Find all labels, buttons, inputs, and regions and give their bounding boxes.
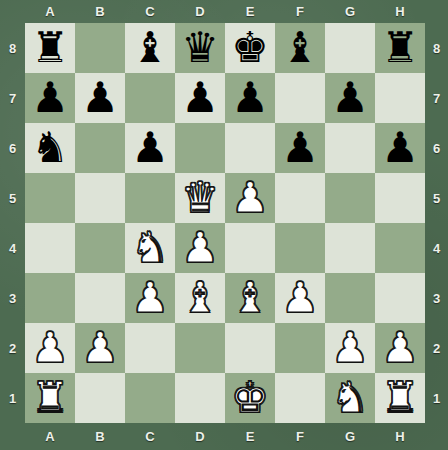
file-label-h: H	[375, 0, 425, 23]
square-f5[interactable]	[275, 173, 325, 223]
piece-white-pawn[interactable]: ♟	[181, 223, 219, 273]
file-label-f: F	[275, 0, 325, 23]
square-e4[interactable]	[225, 223, 275, 273]
file-label-a: A	[25, 423, 75, 450]
square-f6[interactable]: ♟	[275, 123, 325, 173]
rank-label-1: 1	[425, 373, 448, 423]
square-c5[interactable]	[125, 173, 175, 223]
file-label-b: B	[75, 0, 125, 23]
square-f1[interactable]	[275, 373, 325, 423]
square-b8[interactable]	[75, 23, 125, 73]
square-f4[interactable]	[275, 223, 325, 273]
square-h7[interactable]	[375, 73, 425, 123]
piece-black-queen[interactable]: ♛	[181, 23, 219, 73]
square-a8[interactable]: ♜	[25, 23, 75, 73]
rank-label-3: 3	[425, 273, 448, 323]
piece-black-bishop[interactable]: ♝	[131, 23, 169, 73]
square-e3[interactable]: ♝	[225, 273, 275, 323]
square-b6[interactable]	[75, 123, 125, 173]
file-label-g: G	[325, 423, 375, 450]
square-d5[interactable]: ♛	[175, 173, 225, 223]
rank-label-6: 6	[0, 123, 25, 173]
square-c3[interactable]: ♟	[125, 273, 175, 323]
file-label-e: E	[225, 0, 275, 23]
square-h2[interactable]: ♟	[375, 323, 425, 373]
file-label-g: G	[325, 0, 375, 23]
square-g4[interactable]	[325, 223, 375, 273]
chess-board-frame: ABCDEFGH 87654321 ♜♝♛♚♝♜♟♟♟♟♟♞♟♟♟♛♟♞♟♟♝♝…	[0, 0, 448, 450]
file-label-d: D	[175, 423, 225, 450]
rank-label-2: 2	[0, 323, 25, 373]
square-c2[interactable]	[125, 323, 175, 373]
rank-label-4: 4	[425, 223, 448, 273]
file-label-b: B	[75, 423, 125, 450]
piece-black-pawn[interactable]: ♟	[181, 73, 219, 123]
square-h4[interactable]	[375, 223, 425, 273]
square-b7[interactable]: ♟	[75, 73, 125, 123]
piece-white-bishop[interactable]: ♝	[181, 273, 219, 323]
square-a6[interactable]: ♞	[25, 123, 75, 173]
square-f7[interactable]	[275, 73, 325, 123]
piece-white-pawn[interactable]: ♟	[31, 323, 69, 373]
rank-labels-right: 87654321	[425, 23, 448, 423]
piece-black-bishop[interactable]: ♝	[281, 23, 319, 73]
rank-label-7: 7	[0, 73, 25, 123]
piece-white-pawn[interactable]: ♟	[231, 173, 269, 223]
square-e6[interactable]	[225, 123, 275, 173]
square-d6[interactable]	[175, 123, 225, 173]
file-label-a: A	[25, 0, 75, 23]
piece-white-queen[interactable]: ♛	[181, 173, 219, 223]
square-e2[interactable]	[225, 323, 275, 373]
square-d2[interactable]	[175, 323, 225, 373]
piece-white-rook[interactable]: ♜	[381, 373, 419, 423]
square-h1[interactable]: ♜	[375, 373, 425, 423]
piece-white-pawn[interactable]: ♟	[131, 273, 169, 323]
piece-black-pawn[interactable]: ♟	[231, 73, 269, 123]
chess-board: ♜♝♛♚♝♜♟♟♟♟♟♞♟♟♟♛♟♞♟♟♝♝♟♟♟♟♟♜♚♞♜	[25, 23, 425, 423]
square-a7[interactable]: ♟	[25, 73, 75, 123]
square-e1[interactable]: ♚	[225, 373, 275, 423]
square-d3[interactable]: ♝	[175, 273, 225, 323]
piece-white-bishop[interactable]: ♝	[231, 273, 269, 323]
square-g6[interactable]	[325, 123, 375, 173]
file-label-f: F	[275, 423, 325, 450]
rank-label-1: 1	[0, 373, 25, 423]
rank-label-5: 5	[0, 173, 25, 223]
square-h8[interactable]: ♜	[375, 23, 425, 73]
rank-label-5: 5	[425, 173, 448, 223]
piece-white-pawn[interactable]: ♟	[281, 273, 319, 323]
file-label-h: H	[375, 423, 425, 450]
square-c4[interactable]: ♞	[125, 223, 175, 273]
square-a5[interactable]	[25, 173, 75, 223]
piece-black-pawn[interactable]: ♟	[31, 73, 69, 123]
rank-label-8: 8	[425, 23, 448, 73]
square-g5[interactable]	[325, 173, 375, 223]
rank-label-6: 6	[425, 123, 448, 173]
file-labels-top: ABCDEFGH	[25, 0, 425, 23]
square-c6[interactable]: ♟	[125, 123, 175, 173]
square-c7[interactable]	[125, 73, 175, 123]
file-label-c: C	[125, 0, 175, 23]
piece-black-pawn[interactable]: ♟	[381, 123, 419, 173]
file-label-d: D	[175, 0, 225, 23]
square-b3[interactable]	[75, 273, 125, 323]
rank-label-2: 2	[425, 323, 448, 373]
square-h6[interactable]: ♟	[375, 123, 425, 173]
square-d4[interactable]: ♟	[175, 223, 225, 273]
square-b2[interactable]: ♟	[75, 323, 125, 373]
piece-white-pawn[interactable]: ♟	[81, 323, 119, 373]
piece-black-knight[interactable]: ♞	[31, 123, 69, 173]
file-label-e: E	[225, 423, 275, 450]
piece-white-pawn[interactable]: ♟	[331, 323, 369, 373]
square-a2[interactable]: ♟	[25, 323, 75, 373]
piece-black-pawn[interactable]: ♟	[281, 123, 319, 173]
square-d7[interactable]: ♟	[175, 73, 225, 123]
square-f8[interactable]: ♝	[275, 23, 325, 73]
square-d1[interactable]	[175, 373, 225, 423]
rank-label-3: 3	[0, 273, 25, 323]
square-g3[interactable]	[325, 273, 375, 323]
square-g7[interactable]: ♟	[325, 73, 375, 123]
piece-black-pawn[interactable]: ♟	[331, 73, 369, 123]
square-d8[interactable]: ♛	[175, 23, 225, 73]
file-label-c: C	[125, 423, 175, 450]
square-f3[interactable]: ♟	[275, 273, 325, 323]
rank-label-4: 4	[0, 223, 25, 273]
piece-white-rook[interactable]: ♜	[31, 373, 69, 423]
piece-black-pawn[interactable]: ♟	[131, 123, 169, 173]
rank-label-8: 8	[0, 23, 25, 73]
square-c8[interactable]: ♝	[125, 23, 175, 73]
square-g8[interactable]	[325, 23, 375, 73]
piece-white-knight[interactable]: ♞	[331, 373, 369, 423]
piece-white-king[interactable]: ♚	[231, 373, 269, 423]
square-a1[interactable]: ♜	[25, 373, 75, 423]
square-b4[interactable]	[75, 223, 125, 273]
square-b5[interactable]	[75, 173, 125, 223]
square-e8[interactable]: ♚	[225, 23, 275, 73]
piece-black-rook[interactable]: ♜	[31, 23, 69, 73]
rank-label-7: 7	[425, 73, 448, 123]
piece-black-pawn[interactable]: ♟	[81, 73, 119, 123]
square-c1[interactable]	[125, 373, 175, 423]
file-labels-bottom: ABCDEFGH	[25, 423, 425, 450]
piece-white-knight[interactable]: ♞	[131, 223, 169, 273]
square-f2[interactable]	[275, 323, 325, 373]
square-g1[interactable]: ♞	[325, 373, 375, 423]
square-e5[interactable]: ♟	[225, 173, 275, 223]
square-h3[interactable]	[375, 273, 425, 323]
piece-black-rook[interactable]: ♜	[381, 23, 419, 73]
square-a3[interactable]	[25, 273, 75, 323]
square-b1[interactable]	[75, 373, 125, 423]
piece-white-pawn[interactable]: ♟	[381, 323, 419, 373]
square-e7[interactable]: ♟	[225, 73, 275, 123]
square-g2[interactable]: ♟	[325, 323, 375, 373]
square-h5[interactable]	[375, 173, 425, 223]
piece-black-king[interactable]: ♚	[231, 23, 269, 73]
rank-labels-left: 87654321	[0, 23, 25, 423]
square-a4[interactable]	[25, 223, 75, 273]
